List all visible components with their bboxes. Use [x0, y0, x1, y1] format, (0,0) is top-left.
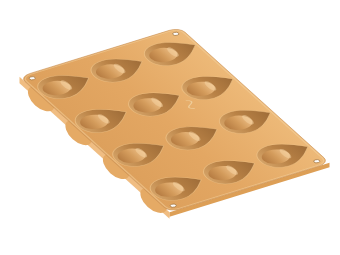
mold-svg — [0, 0, 340, 255]
photo-background — [0, 0, 340, 255]
